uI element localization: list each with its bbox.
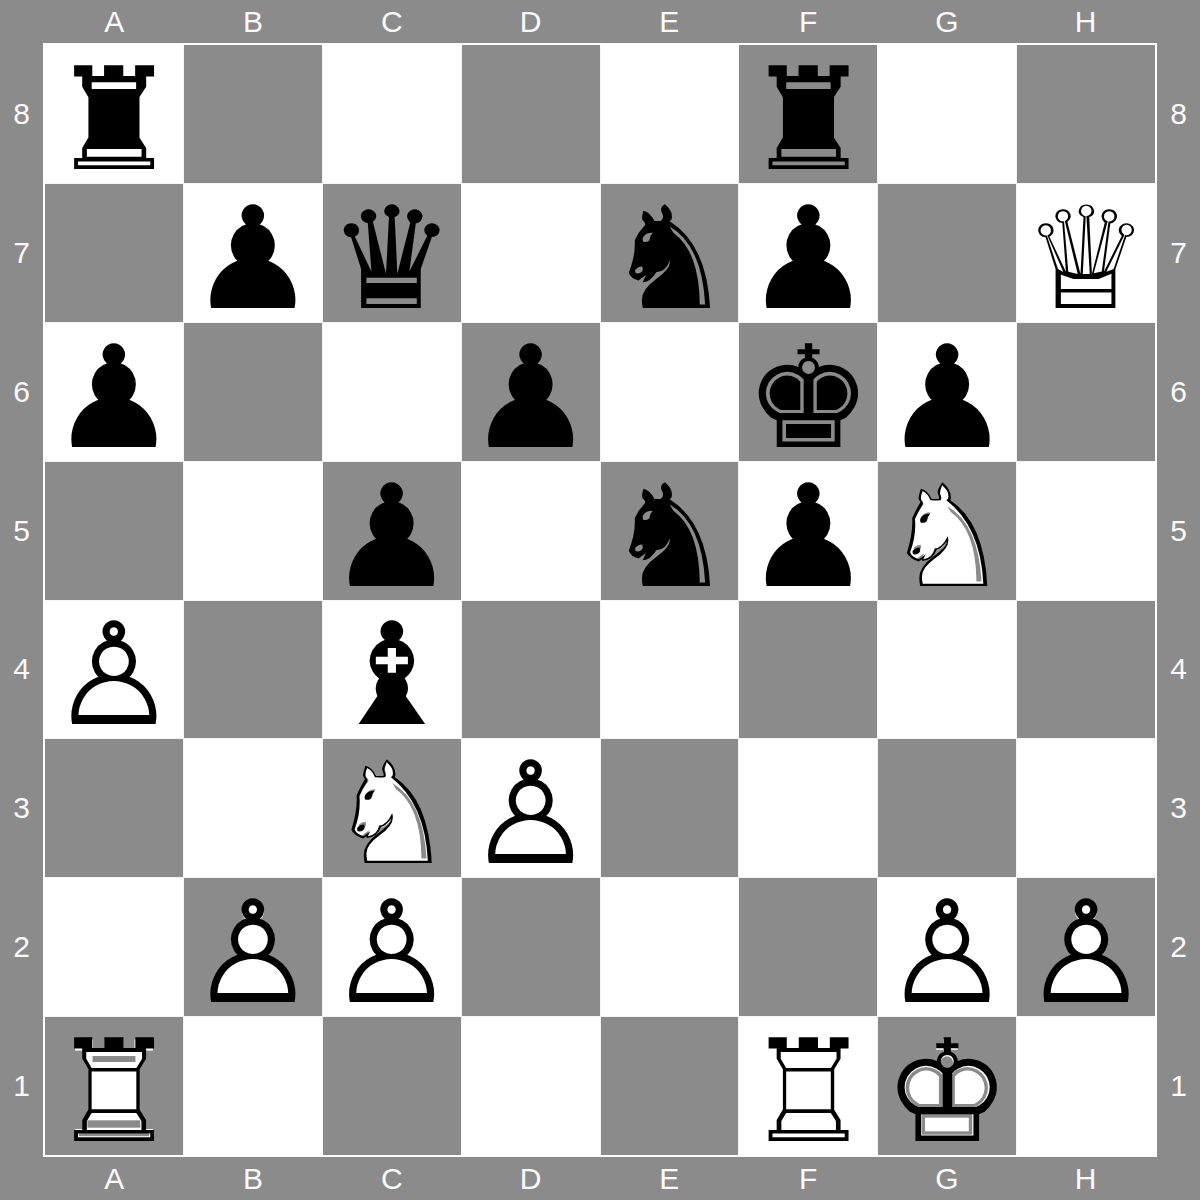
- square-f5[interactable]: ♟: [739, 462, 877, 600]
- square-a8[interactable]: ♜: [45, 45, 183, 183]
- file-label: C: [323, 1157, 462, 1200]
- square-d8[interactable]: [462, 45, 600, 183]
- black-pawn-icon: ♟: [45, 329, 183, 467]
- piece-white-king[interactable]: ♚♔: [878, 1017, 1016, 1155]
- white-pawn-icon: ♙: [878, 884, 1016, 1022]
- black-rook-icon: ♜: [739, 51, 877, 189]
- piece-black-pawn[interactable]: ♟: [878, 323, 1016, 461]
- black-pawn-icon: ♟: [878, 329, 1016, 467]
- rank-label: 4: [0, 600, 43, 739]
- black-knight-icon: ♞: [601, 468, 739, 606]
- square-h6[interactable]: [1017, 323, 1155, 461]
- rank-label: 5: [1157, 461, 1200, 600]
- white-queen-icon: ♕: [1017, 190, 1155, 328]
- square-d1[interactable]: [462, 1017, 600, 1155]
- piece-white-pawn[interactable]: ♟♙: [1017, 878, 1155, 1016]
- square-b7[interactable]: ♟: [184, 184, 322, 322]
- square-c4[interactable]: ♝: [323, 601, 461, 739]
- rank-label: 8: [1157, 45, 1200, 184]
- white-pawn-icon: ♙: [184, 884, 322, 1022]
- square-c8[interactable]: [323, 45, 461, 183]
- square-c3[interactable]: ♞♘: [323, 739, 461, 877]
- square-g2[interactable]: ♟♙: [878, 878, 1016, 1016]
- rank-labels-right: 87654321: [1157, 45, 1200, 1155]
- piece-white-rook[interactable]: ♜♖: [739, 1017, 877, 1155]
- file-label: B: [184, 1157, 323, 1200]
- rank-label: 1: [1157, 1016, 1200, 1155]
- black-pawn-icon: ♟: [739, 190, 877, 328]
- black-queen-icon: ♛: [323, 190, 461, 328]
- black-pawn-icon: ♟: [739, 468, 877, 606]
- square-g6[interactable]: ♟: [878, 323, 1016, 461]
- piece-white-pawn[interactable]: ♟♙: [45, 601, 183, 739]
- square-h2[interactable]: ♟♙: [1017, 878, 1155, 1016]
- piece-white-queen[interactable]: ♛♕: [1017, 184, 1155, 322]
- square-e6[interactable]: [601, 323, 739, 461]
- square-f8[interactable]: ♜: [739, 45, 877, 183]
- file-label: D: [461, 1157, 600, 1200]
- rank-label: 6: [1157, 323, 1200, 462]
- white-rook-icon: ♖: [739, 1023, 877, 1161]
- square-h4[interactable]: [1017, 601, 1155, 739]
- square-e8[interactable]: [601, 45, 739, 183]
- rank-label: 4: [1157, 600, 1200, 739]
- square-b8[interactable]: [184, 45, 322, 183]
- square-c5[interactable]: ♟: [323, 462, 461, 600]
- file-label: H: [1016, 1157, 1155, 1200]
- square-c1[interactable]: [323, 1017, 461, 1155]
- piece-black-pawn[interactable]: ♟: [739, 462, 877, 600]
- piece-black-pawn[interactable]: ♟: [462, 323, 600, 461]
- square-b1[interactable]: [184, 1017, 322, 1155]
- square-h1[interactable]: [1017, 1017, 1155, 1155]
- square-a3[interactable]: [45, 739, 183, 877]
- piece-black-rook[interactable]: ♜: [45, 45, 183, 183]
- square-f3[interactable]: [739, 739, 877, 877]
- square-d7[interactable]: [462, 184, 600, 322]
- file-label: B: [184, 0, 323, 43]
- square-e5[interactable]: ♞: [601, 462, 739, 600]
- piece-white-rook[interactable]: ♜♖: [45, 1017, 183, 1155]
- piece-white-knight[interactable]: ♞♘: [323, 739, 461, 877]
- square-b6[interactable]: [184, 323, 322, 461]
- white-pawn-icon: ♙: [323, 884, 461, 1022]
- white-king-icon: ♔: [878, 1023, 1016, 1161]
- square-b5[interactable]: [184, 462, 322, 600]
- chess-diagram: ABCDEFGH ABCDEFGH 87654321 87654321 ♜♜♟♛…: [0, 0, 1200, 1200]
- rank-label: 3: [0, 739, 43, 878]
- square-a4[interactable]: ♟♙: [45, 601, 183, 739]
- square-e7[interactable]: ♞: [601, 184, 739, 322]
- rank-label: 7: [1157, 184, 1200, 323]
- rank-label: 8: [0, 45, 43, 184]
- rank-label: 6: [0, 323, 43, 462]
- file-label: E: [600, 0, 739, 43]
- square-e2[interactable]: [601, 878, 739, 1016]
- white-pawn-icon: ♙: [462, 745, 600, 883]
- piece-black-bishop[interactable]: ♝: [323, 601, 461, 739]
- piece-white-pawn[interactable]: ♟♙: [184, 878, 322, 1016]
- piece-black-king[interactable]: ♚: [739, 323, 877, 461]
- square-b3[interactable]: [184, 739, 322, 877]
- square-f4[interactable]: [739, 601, 877, 739]
- white-knight-icon: ♘: [323, 745, 461, 883]
- square-e4[interactable]: [601, 601, 739, 739]
- piece-black-pawn[interactable]: ♟: [45, 323, 183, 461]
- piece-black-rook[interactable]: ♜: [739, 45, 877, 183]
- piece-black-pawn[interactable]: ♟: [184, 184, 322, 322]
- black-knight-icon: ♞: [601, 190, 739, 328]
- square-a6[interactable]: ♟: [45, 323, 183, 461]
- rank-labels-left: 87654321: [0, 45, 43, 1155]
- square-c2[interactable]: ♟♙: [323, 878, 461, 1016]
- square-c7[interactable]: ♛: [323, 184, 461, 322]
- square-e3[interactable]: [601, 739, 739, 877]
- square-b2[interactable]: ♟♙: [184, 878, 322, 1016]
- chess-board: ♜♜♟♛♞♟♛♕♟♟♚♟♟♞♟♞♘♟♙♝♞♘♟♙♟♙♟♙♟♙♟♙♜♖♜♖♚♔: [43, 43, 1157, 1157]
- square-g5[interactable]: ♞♘: [878, 462, 1016, 600]
- square-c6[interactable]: [323, 323, 461, 461]
- piece-white-pawn[interactable]: ♟♙: [878, 878, 1016, 1016]
- rank-label: 2: [1157, 878, 1200, 1017]
- file-label: D: [461, 0, 600, 43]
- rank-label: 2: [0, 878, 43, 1017]
- black-king-icon: ♚: [739, 329, 877, 467]
- square-g3[interactable]: [878, 739, 1016, 877]
- square-d3[interactable]: ♟♙: [462, 739, 600, 877]
- rank-label: 1: [0, 1016, 43, 1155]
- piece-black-queen[interactable]: ♛: [323, 184, 461, 322]
- piece-black-knight[interactable]: ♞: [601, 462, 739, 600]
- black-bishop-icon: ♝: [323, 607, 461, 745]
- square-e1[interactable]: [601, 1017, 739, 1155]
- piece-white-pawn[interactable]: ♟♙: [323, 878, 461, 1016]
- square-a2[interactable]: [45, 878, 183, 1016]
- square-h8[interactable]: [1017, 45, 1155, 183]
- white-rook-icon: ♖: [45, 1023, 183, 1161]
- file-label: G: [878, 0, 1017, 43]
- black-rook-icon: ♜: [45, 51, 183, 189]
- file-label: E: [600, 1157, 739, 1200]
- square-f1[interactable]: ♜♖: [739, 1017, 877, 1155]
- rank-label: 3: [1157, 739, 1200, 878]
- square-f6[interactable]: ♚: [739, 323, 877, 461]
- square-f2[interactable]: [739, 878, 877, 1016]
- piece-black-knight[interactable]: ♞: [601, 184, 739, 322]
- black-pawn-icon: ♟: [184, 190, 322, 328]
- square-a1[interactable]: ♜♖: [45, 1017, 183, 1155]
- file-labels-top: ABCDEFGH: [45, 0, 1155, 43]
- piece-black-pawn[interactable]: ♟: [323, 462, 461, 600]
- piece-black-pawn[interactable]: ♟: [739, 184, 877, 322]
- square-h7[interactable]: ♛♕: [1017, 184, 1155, 322]
- square-g4[interactable]: [878, 601, 1016, 739]
- square-h5[interactable]: [1017, 462, 1155, 600]
- square-d2[interactable]: [462, 878, 600, 1016]
- file-label: C: [323, 0, 462, 43]
- piece-white-pawn[interactable]: ♟♙: [462, 739, 600, 877]
- square-a7[interactable]: [45, 184, 183, 322]
- rank-label: 7: [0, 184, 43, 323]
- file-label: H: [1016, 0, 1155, 43]
- square-d4[interactable]: [462, 601, 600, 739]
- square-a5[interactable]: [45, 462, 183, 600]
- black-pawn-icon: ♟: [323, 468, 461, 606]
- square-f7[interactable]: ♟: [739, 184, 877, 322]
- square-g1[interactable]: ♚♔: [878, 1017, 1016, 1155]
- square-d5[interactable]: [462, 462, 600, 600]
- square-g7[interactable]: [878, 184, 1016, 322]
- white-knight-icon: ♘: [878, 468, 1016, 606]
- square-b4[interactable]: [184, 601, 322, 739]
- white-pawn-icon: ♙: [1017, 884, 1155, 1022]
- black-pawn-icon: ♟: [462, 329, 600, 467]
- white-pawn-icon: ♙: [45, 607, 183, 745]
- square-h3[interactable]: [1017, 739, 1155, 877]
- square-g8[interactable]: [878, 45, 1016, 183]
- rank-label: 5: [0, 461, 43, 600]
- piece-white-knight[interactable]: ♞♘: [878, 462, 1016, 600]
- square-d6[interactable]: ♟: [462, 323, 600, 461]
